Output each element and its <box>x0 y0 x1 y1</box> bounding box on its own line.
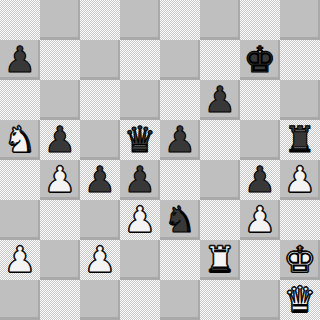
square-d6[interactable] <box>120 80 160 120</box>
piece-black-queen[interactable]: ♛ <box>124 120 156 160</box>
square-d8[interactable] <box>120 0 160 40</box>
piece-white-king[interactable]: ♚ <box>284 240 316 280</box>
square-b7[interactable] <box>40 40 80 80</box>
square-c5[interactable] <box>80 120 120 160</box>
square-e1[interactable] <box>160 280 200 320</box>
square-g8[interactable] <box>240 0 280 40</box>
square-c8[interactable] <box>80 0 120 40</box>
square-g7[interactable]: ♚ <box>240 40 280 80</box>
square-g1[interactable] <box>240 280 280 320</box>
square-b2[interactable] <box>40 240 80 280</box>
square-h7[interactable] <box>280 40 320 80</box>
square-h1[interactable]: ♛ <box>280 280 320 320</box>
square-a4[interactable] <box>0 160 40 200</box>
square-h3[interactable] <box>280 200 320 240</box>
piece-white-pawn[interactable]: ♟ <box>4 240 36 280</box>
square-a8[interactable] <box>0 0 40 40</box>
piece-white-queen[interactable]: ♛ <box>284 280 316 320</box>
square-d4[interactable]: ♟ <box>120 160 160 200</box>
square-c4[interactable]: ♟ <box>80 160 120 200</box>
square-h6[interactable] <box>280 80 320 120</box>
square-e5[interactable]: ♟ <box>160 120 200 160</box>
square-a7[interactable]: ♟ <box>0 40 40 80</box>
square-f1[interactable] <box>200 280 240 320</box>
square-h5[interactable]: ♜ <box>280 120 320 160</box>
square-d3[interactable]: ♟ <box>120 200 160 240</box>
square-b3[interactable] <box>40 200 80 240</box>
piece-black-pawn[interactable]: ♟ <box>44 120 76 160</box>
square-g6[interactable] <box>240 80 280 120</box>
piece-white-pawn[interactable]: ♟ <box>244 200 276 240</box>
square-e3[interactable]: ♞ <box>160 200 200 240</box>
piece-white-pawn[interactable]: ♟ <box>284 160 316 200</box>
piece-white-pawn[interactable]: ♟ <box>44 160 76 200</box>
piece-black-rook[interactable]: ♜ <box>284 120 316 160</box>
square-c6[interactable] <box>80 80 120 120</box>
piece-white-knight[interactable]: ♞ <box>4 120 36 160</box>
square-d2[interactable] <box>120 240 160 280</box>
square-e2[interactable] <box>160 240 200 280</box>
chess-board: ♟♚♟♞♟♛♟♜♟♟♟♟♟♟♞♟♟♟♜♚♛ <box>0 0 320 320</box>
square-h8[interactable] <box>280 0 320 40</box>
piece-black-pawn[interactable]: ♟ <box>124 160 156 200</box>
piece-black-knight[interactable]: ♞ <box>164 200 196 240</box>
square-a5[interactable]: ♞ <box>0 120 40 160</box>
square-b8[interactable] <box>40 0 80 40</box>
square-f3[interactable] <box>200 200 240 240</box>
piece-black-pawn[interactable]: ♟ <box>244 160 276 200</box>
square-f7[interactable] <box>200 40 240 80</box>
piece-black-pawn[interactable]: ♟ <box>164 120 196 160</box>
square-e8[interactable] <box>160 0 200 40</box>
piece-black-pawn[interactable]: ♟ <box>4 40 36 80</box>
piece-black-pawn[interactable]: ♟ <box>204 80 236 120</box>
square-f2[interactable]: ♜ <box>200 240 240 280</box>
square-b4[interactable]: ♟ <box>40 160 80 200</box>
square-f8[interactable] <box>200 0 240 40</box>
square-e7[interactable] <box>160 40 200 80</box>
square-d1[interactable] <box>120 280 160 320</box>
square-c3[interactable] <box>80 200 120 240</box>
piece-black-king[interactable]: ♚ <box>244 40 276 80</box>
square-c1[interactable] <box>80 280 120 320</box>
square-g5[interactable] <box>240 120 280 160</box>
square-d5[interactable]: ♛ <box>120 120 160 160</box>
square-g3[interactable]: ♟ <box>240 200 280 240</box>
piece-white-pawn[interactable]: ♟ <box>84 240 116 280</box>
square-h2[interactable]: ♚ <box>280 240 320 280</box>
square-f4[interactable] <box>200 160 240 200</box>
square-a3[interactable] <box>0 200 40 240</box>
square-d7[interactable] <box>120 40 160 80</box>
square-g4[interactable]: ♟ <box>240 160 280 200</box>
square-b5[interactable]: ♟ <box>40 120 80 160</box>
square-a1[interactable] <box>0 280 40 320</box>
square-g2[interactable] <box>240 240 280 280</box>
square-c2[interactable]: ♟ <box>80 240 120 280</box>
piece-white-rook[interactable]: ♜ <box>204 240 236 280</box>
square-h4[interactable]: ♟ <box>280 160 320 200</box>
square-a6[interactable] <box>0 80 40 120</box>
piece-white-pawn[interactable]: ♟ <box>124 200 156 240</box>
square-e6[interactable] <box>160 80 200 120</box>
square-b6[interactable] <box>40 80 80 120</box>
square-a2[interactable]: ♟ <box>0 240 40 280</box>
square-c7[interactable] <box>80 40 120 80</box>
square-f5[interactable] <box>200 120 240 160</box>
square-f6[interactable]: ♟ <box>200 80 240 120</box>
piece-black-pawn[interactable]: ♟ <box>84 160 116 200</box>
square-b1[interactable] <box>40 280 80 320</box>
square-e4[interactable] <box>160 160 200 200</box>
